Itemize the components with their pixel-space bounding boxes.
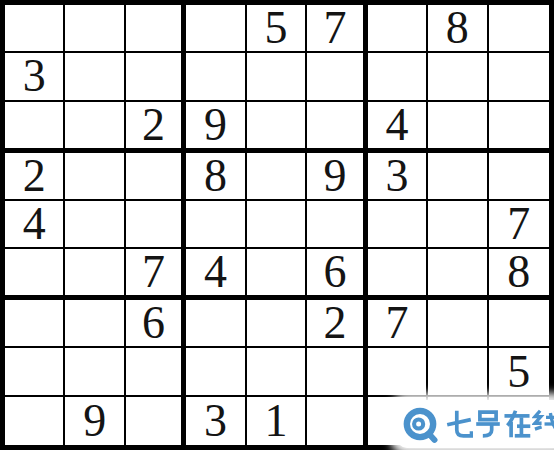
cell-r7c2[interactable] [65,300,125,348]
watermark-glyphs [445,405,554,443]
char-hao-icon [474,405,502,443]
sudoku-board: 578329428934774686275931 [0,0,554,450]
cell-r3c5[interactable] [247,102,307,153]
cell-r8c7[interactable] [368,348,428,396]
cell-r7c8[interactable] [428,300,488,348]
cell-r3c1[interactable] [5,102,65,153]
cell-r2c3[interactable] [126,53,186,101]
char-qi-icon [445,405,473,443]
cell-r5c7[interactable] [368,201,428,249]
cell-r7c3[interactable]: 6 [126,300,186,348]
cell-r4c6[interactable]: 9 [307,153,367,201]
cell-r5c8[interactable] [428,201,488,249]
cell-r7c9[interactable] [489,300,549,348]
cell-r4c3[interactable] [126,153,186,201]
cell-r3c9[interactable] [489,102,549,153]
cell-r3c2[interactable] [65,102,125,153]
char-zai-icon [503,405,531,443]
cell-r1c8[interactable]: 8 [428,5,488,53]
cell-r5c5[interactable] [247,201,307,249]
cell-r2c6[interactable] [307,53,367,101]
cell-r7c7[interactable]: 7 [368,300,428,348]
cell-r5c6[interactable] [307,201,367,249]
cell-r5c3[interactable] [126,201,186,249]
cell-r1c1[interactable] [5,5,65,53]
cell-r9c1[interactable] [5,397,65,445]
cell-r9c5[interactable]: 1 [247,397,307,445]
cell-r1c5[interactable]: 5 [247,5,307,53]
cell-r2c1[interactable]: 3 [5,53,65,101]
cell-r9c2[interactable]: 9 [65,397,125,445]
cell-r2c7[interactable] [368,53,428,101]
watermark: 七号在线 [397,400,554,448]
cell-r3c3[interactable]: 2 [126,102,186,153]
cell-r6c7[interactable] [368,249,428,300]
cell-r6c5[interactable] [247,249,307,300]
cell-r9c6[interactable] [307,397,367,445]
cell-r7c5[interactable] [247,300,307,348]
cell-r9c4[interactable]: 3 [186,397,246,445]
cell-r6c2[interactable] [65,249,125,300]
cell-r8c9[interactable]: 5 [489,348,549,396]
cell-r5c2[interactable] [65,201,125,249]
cell-r7c4[interactable] [186,300,246,348]
cell-r1c6[interactable]: 7 [307,5,367,53]
cell-r8c2[interactable] [65,348,125,396]
cell-r7c6[interactable]: 2 [307,300,367,348]
cell-r8c3[interactable] [126,348,186,396]
cell-r6c6[interactable]: 6 [307,249,367,300]
cell-r7c1[interactable] [5,300,65,348]
cell-r4c1[interactable]: 2 [5,153,65,201]
watermark-text: 七号在线 [397,400,398,401]
cell-r3c4[interactable]: 9 [186,102,246,153]
cell-r8c6[interactable] [307,348,367,396]
cell-r2c5[interactable] [247,53,307,101]
char-xian-icon [532,405,554,443]
cell-r8c1[interactable] [5,348,65,396]
cell-r2c2[interactable] [65,53,125,101]
cell-r4c4[interactable]: 8 [186,153,246,201]
cell-r5c4[interactable] [186,201,246,249]
cell-r1c2[interactable] [65,5,125,53]
cell-r3c8[interactable] [428,102,488,153]
cell-r4c9[interactable] [489,153,549,201]
cell-r4c5[interactable] [247,153,307,201]
cell-r6c9[interactable]: 8 [489,249,549,300]
cell-r1c4[interactable] [186,5,246,53]
cell-r8c4[interactable] [186,348,246,396]
cell-r1c9[interactable] [489,5,549,53]
cell-r6c3[interactable]: 7 [126,249,186,300]
site-logo-icon [400,404,440,444]
cell-r2c4[interactable] [186,53,246,101]
cell-r1c3[interactable] [126,5,186,53]
cell-r4c2[interactable] [65,153,125,201]
cell-r8c5[interactable] [247,348,307,396]
cell-r3c6[interactable] [307,102,367,153]
cell-r2c8[interactable] [428,53,488,101]
cell-r1c7[interactable] [368,5,428,53]
cell-r4c7[interactable]: 3 [368,153,428,201]
cell-r3c7[interactable]: 4 [368,102,428,153]
cell-r5c9[interactable]: 7 [489,201,549,249]
cell-r2c9[interactable] [489,53,549,101]
cell-r5c1[interactable]: 4 [5,201,65,249]
cell-r6c4[interactable]: 4 [186,249,246,300]
cell-r4c8[interactable] [428,153,488,201]
cell-r9c3[interactable] [126,397,186,445]
cell-r8c8[interactable] [428,348,488,396]
cell-r6c1[interactable] [5,249,65,300]
cell-r6c8[interactable] [428,249,488,300]
